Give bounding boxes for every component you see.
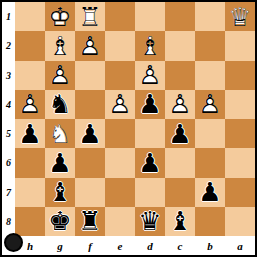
rank-label-7: 7 xyxy=(2,178,15,207)
square-d1[interactable] xyxy=(135,2,165,31)
black-pawn: ♟ xyxy=(195,178,225,207)
piece-body: ♟ xyxy=(45,148,75,177)
black-pawn: ♟ xyxy=(75,119,105,148)
black-bishop: ♝ xyxy=(45,178,75,207)
square-d6[interactable]: ♟ xyxy=(135,148,165,177)
square-h2[interactable] xyxy=(15,31,45,60)
square-d7[interactable] xyxy=(135,178,165,207)
piece-body: ♜ xyxy=(75,207,105,236)
black-pawn: ♟ xyxy=(135,148,165,177)
square-f2[interactable]: ♟♙ xyxy=(75,31,105,60)
square-c6[interactable] xyxy=(165,148,195,177)
square-d5[interactable] xyxy=(135,119,165,148)
square-b2[interactable] xyxy=(195,31,225,60)
square-g5[interactable]: ♞♘ xyxy=(45,119,75,148)
piece-outline: ♙ xyxy=(15,90,45,119)
square-b8[interactable] xyxy=(195,207,225,236)
black-pawn: ♟ xyxy=(135,90,165,119)
square-f4[interactable] xyxy=(75,90,105,119)
piece-body: ♟ xyxy=(165,119,195,148)
file-label-e: e xyxy=(105,236,135,255)
piece-outline: ♔ xyxy=(45,2,75,31)
black-pawn: ♟ xyxy=(165,119,195,148)
file-labels: h g f e d c b a xyxy=(15,236,255,255)
square-h5[interactable]: ♟ xyxy=(15,119,45,148)
square-c2[interactable] xyxy=(165,31,195,60)
square-h7[interactable] xyxy=(15,178,45,207)
square-d8[interactable]: ♛ xyxy=(135,207,165,236)
piece-outline: ♗ xyxy=(45,31,75,60)
square-g7[interactable]: ♝ xyxy=(45,178,75,207)
black-knight: ♞ xyxy=(45,90,75,119)
square-f7[interactable] xyxy=(75,178,105,207)
rank-label-2: 2 xyxy=(2,31,15,60)
square-h6[interactable] xyxy=(15,148,45,177)
square-e2[interactable] xyxy=(105,31,135,60)
piece-body: ♟ xyxy=(15,119,45,148)
square-c4[interactable]: ♟♙ xyxy=(165,90,195,119)
square-a2[interactable] xyxy=(225,31,255,60)
white-bishop: ♝♗ xyxy=(45,31,75,60)
file-label-a: a xyxy=(225,236,255,255)
square-b3[interactable] xyxy=(195,61,225,90)
black-pawn: ♟ xyxy=(15,119,45,148)
piece-outline: ♙ xyxy=(45,61,75,90)
piece-outline: ♕ xyxy=(225,2,255,31)
file-label-b: b xyxy=(195,236,225,255)
square-a6[interactable] xyxy=(225,148,255,177)
square-c1[interactable] xyxy=(165,2,195,31)
square-e4[interactable]: ♟♙ xyxy=(105,90,135,119)
square-a1[interactable]: ♛♕ xyxy=(225,2,255,31)
square-b1[interactable] xyxy=(195,2,225,31)
square-a5[interactable] xyxy=(225,119,255,148)
rank-labels: 1 2 3 4 5 6 7 8 xyxy=(2,2,15,236)
square-h8[interactable] xyxy=(15,207,45,236)
white-pawn: ♟♙ xyxy=(165,90,195,119)
file-label-f: f xyxy=(75,236,105,255)
piece-outline: ♙ xyxy=(105,90,135,119)
square-e7[interactable] xyxy=(105,178,135,207)
file-label-d: d xyxy=(135,236,165,255)
white-pawn: ♟♙ xyxy=(105,90,135,119)
square-d2[interactable]: ♝♗ xyxy=(135,31,165,60)
square-h3[interactable] xyxy=(15,61,45,90)
rank-label-1: 1 xyxy=(2,2,15,31)
square-f8[interactable]: ♜ xyxy=(75,207,105,236)
square-e3[interactable] xyxy=(105,61,135,90)
file-label-c: c xyxy=(165,236,195,255)
black-queen: ♛ xyxy=(135,207,165,236)
square-f5[interactable]: ♟ xyxy=(75,119,105,148)
piece-outline: ♖ xyxy=(75,2,105,31)
square-g8[interactable]: ♚ xyxy=(45,207,75,236)
square-b7[interactable]: ♟ xyxy=(195,178,225,207)
square-c3[interactable] xyxy=(165,61,195,90)
white-pawn: ♟♙ xyxy=(15,90,45,119)
rank-label-5: 5 xyxy=(2,119,15,148)
rank-label-8: 8 xyxy=(2,207,15,236)
square-c7[interactable] xyxy=(165,178,195,207)
square-a8[interactable] xyxy=(225,207,255,236)
piece-body: ♟ xyxy=(135,90,165,119)
square-h4[interactable]: ♟♙ xyxy=(15,90,45,119)
piece-body: ♟ xyxy=(195,178,225,207)
rank-label-4: 4 xyxy=(2,90,15,119)
white-pawn: ♟♙ xyxy=(195,90,225,119)
white-knight: ♞♘ xyxy=(45,119,75,148)
black-king: ♚ xyxy=(45,207,75,236)
white-pawn: ♟♙ xyxy=(45,61,75,90)
black-pawn: ♟ xyxy=(45,148,75,177)
black-rook: ♜ xyxy=(75,207,105,236)
piece-outline: ♙ xyxy=(195,90,225,119)
square-c8[interactable]: ♝ xyxy=(165,207,195,236)
square-h1[interactable] xyxy=(15,2,45,31)
white-pawn: ♟♙ xyxy=(135,61,165,90)
white-queen: ♛♕ xyxy=(225,2,255,31)
white-bishop: ♝♗ xyxy=(135,31,165,60)
white-rook: ♜♖ xyxy=(75,2,105,31)
chess-diagram: 1 2 3 4 5 6 7 8 ♚♔♜♖♛♕♝♗♟♙♝♗♟♙♟♙♟♙♞♟♙♟♟♙… xyxy=(0,0,257,257)
piece-body: ♟ xyxy=(75,119,105,148)
square-b6[interactable] xyxy=(195,148,225,177)
square-d3[interactable]: ♟♙ xyxy=(135,61,165,90)
square-e1[interactable] xyxy=(105,2,135,31)
piece-body: ♚ xyxy=(45,207,75,236)
square-g2[interactable]: ♝♗ xyxy=(45,31,75,60)
square-b4[interactable]: ♟♙ xyxy=(195,90,225,119)
file-label-g: g xyxy=(45,236,75,255)
white-pawn: ♟♙ xyxy=(75,31,105,60)
square-a3[interactable] xyxy=(225,61,255,90)
rank-label-6: 6 xyxy=(2,148,15,177)
white-king: ♚♔ xyxy=(45,2,75,31)
piece-body: ♝ xyxy=(45,178,75,207)
square-c5[interactable]: ♟ xyxy=(165,119,195,148)
square-e6[interactable] xyxy=(105,148,135,177)
square-a4[interactable] xyxy=(225,90,255,119)
square-e5[interactable] xyxy=(105,119,135,148)
piece-outline: ♗ xyxy=(135,31,165,60)
black-to-move-indicator xyxy=(4,233,23,252)
square-g1[interactable]: ♚♔ xyxy=(45,2,75,31)
piece-body: ♟ xyxy=(135,148,165,177)
square-d4[interactable]: ♟ xyxy=(135,90,165,119)
piece-body: ♝ xyxy=(165,207,195,236)
square-f6[interactable] xyxy=(75,148,105,177)
piece-outline: ♙ xyxy=(165,90,195,119)
piece-outline: ♘ xyxy=(45,119,75,148)
square-g6[interactable]: ♟ xyxy=(45,148,75,177)
piece-outline: ♙ xyxy=(75,31,105,60)
chess-board: ♚♔♜♖♛♕♝♗♟♙♝♗♟♙♟♙♟♙♞♟♙♟♟♙♟♙♟♞♘♟♟♟♟♝♟♚♜♛♝ xyxy=(15,2,255,236)
piece-outline: ♙ xyxy=(135,61,165,90)
piece-body: ♞ xyxy=(45,90,75,119)
black-bishop: ♝ xyxy=(165,207,195,236)
square-g4[interactable]: ♞ xyxy=(45,90,75,119)
square-f1[interactable]: ♜♖ xyxy=(75,2,105,31)
piece-body: ♛ xyxy=(135,207,165,236)
square-a7[interactable] xyxy=(225,178,255,207)
square-f3[interactable] xyxy=(75,61,105,90)
square-b5[interactable] xyxy=(195,119,225,148)
square-e8[interactable] xyxy=(105,207,135,236)
square-g3[interactable]: ♟♙ xyxy=(45,61,75,90)
rank-label-3: 3 xyxy=(2,61,15,90)
